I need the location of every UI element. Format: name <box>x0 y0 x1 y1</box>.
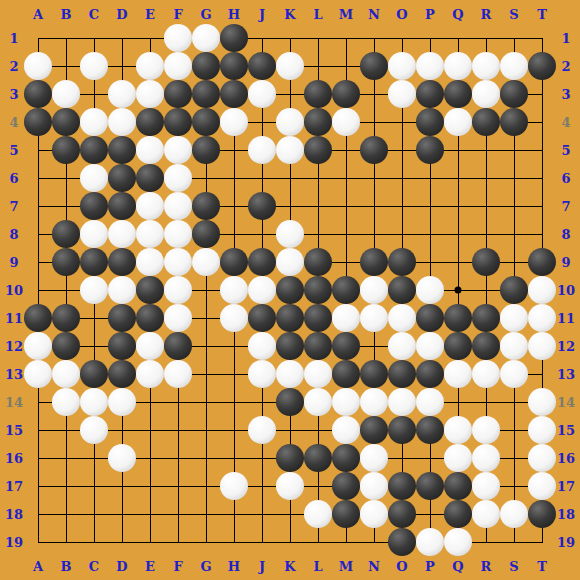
white-stone-M15[interactable] <box>332 416 360 444</box>
black-stone-G5[interactable] <box>192 136 220 164</box>
white-stone-E2[interactable] <box>136 52 164 80</box>
white-stone-P10[interactable] <box>416 276 444 304</box>
column-label: D <box>116 8 127 21</box>
row-label: 6 <box>561 172 570 185</box>
black-stone-G7[interactable] <box>192 192 220 220</box>
white-stone-T15[interactable] <box>528 416 556 444</box>
column-label: D <box>116 560 127 573</box>
white-stone-A12[interactable] <box>24 332 52 360</box>
black-stone-T9[interactable] <box>528 248 556 276</box>
white-stone-S18[interactable] <box>500 500 528 528</box>
row-label: 18 <box>557 508 575 521</box>
black-stone-R4[interactable] <box>472 108 500 136</box>
white-stone-B13[interactable] <box>52 360 80 388</box>
black-stone-E11[interactable] <box>136 304 164 332</box>
black-stone-T2[interactable] <box>528 52 556 80</box>
column-label: C <box>89 560 99 573</box>
black-stone-L9[interactable] <box>304 248 332 276</box>
column-label: R <box>481 560 492 573</box>
black-stone-G3[interactable] <box>192 80 220 108</box>
black-stone-H3[interactable] <box>220 80 248 108</box>
column-label: Q <box>452 8 463 21</box>
row-label: 4 <box>9 116 18 129</box>
white-stone-L18[interactable] <box>304 500 332 528</box>
black-stone-G4[interactable] <box>192 108 220 136</box>
black-stone-A4[interactable] <box>24 108 52 136</box>
column-label: S <box>509 560 518 573</box>
black-stone-F3[interactable] <box>164 80 192 108</box>
white-stone-F10[interactable] <box>164 276 192 304</box>
white-stone-C15[interactable] <box>80 416 108 444</box>
black-stone-C5[interactable] <box>80 136 108 164</box>
row-label: 2 <box>561 60 570 73</box>
column-label: O <box>396 8 407 21</box>
white-stone-K8[interactable] <box>276 220 304 248</box>
black-stone-T18[interactable] <box>528 500 556 528</box>
white-stone-P19[interactable] <box>416 528 444 556</box>
black-stone-O18[interactable] <box>388 500 416 528</box>
black-stone-B9[interactable] <box>52 248 80 276</box>
black-stone-P17[interactable] <box>416 472 444 500</box>
row-label: 10 <box>5 284 23 297</box>
row-label: 7 <box>9 200 18 213</box>
black-stone-M18[interactable] <box>332 500 360 528</box>
white-stone-P12[interactable] <box>416 332 444 360</box>
white-stone-Q13[interactable] <box>444 360 472 388</box>
column-label: E <box>145 560 155 573</box>
row-label: 15 <box>5 424 23 437</box>
white-stone-T14[interactable] <box>528 388 556 416</box>
column-label: L <box>313 8 322 21</box>
white-stone-E3[interactable] <box>136 80 164 108</box>
white-stone-T10[interactable] <box>528 276 556 304</box>
black-stone-J11[interactable] <box>248 304 276 332</box>
black-stone-P4[interactable] <box>416 108 444 136</box>
go-board-screen: AABBCCDDEEFFGGHHJJKKLLMMNNOOPPQQRRSSTT11… <box>0 0 580 580</box>
black-stone-S3[interactable] <box>500 80 528 108</box>
white-stone-O11[interactable] <box>388 304 416 332</box>
white-stone-K9[interactable] <box>276 248 304 276</box>
black-stone-M3[interactable] <box>332 80 360 108</box>
column-label: L <box>313 560 322 573</box>
white-stone-P14[interactable] <box>416 388 444 416</box>
white-stone-Q2[interactable] <box>444 52 472 80</box>
white-stone-T11[interactable] <box>528 304 556 332</box>
white-stone-R15[interactable] <box>472 416 500 444</box>
white-stone-C6[interactable] <box>80 164 108 192</box>
column-label: H <box>228 8 240 21</box>
white-stone-E7[interactable] <box>136 192 164 220</box>
black-stone-M10[interactable] <box>332 276 360 304</box>
white-stone-D14[interactable] <box>108 388 136 416</box>
column-label: E <box>145 8 155 21</box>
white-stone-F11[interactable] <box>164 304 192 332</box>
white-stone-N11[interactable] <box>360 304 388 332</box>
white-stone-E8[interactable] <box>136 220 164 248</box>
white-stone-K4[interactable] <box>276 108 304 136</box>
black-stone-C9[interactable] <box>80 248 108 276</box>
column-label: M <box>339 8 353 21</box>
row-label: 4 <box>561 116 570 129</box>
column-label: J <box>259 8 265 21</box>
column-label: C <box>89 8 99 21</box>
black-stone-O15[interactable] <box>388 416 416 444</box>
row-label: 13 <box>5 368 23 381</box>
column-label: A <box>33 560 43 573</box>
column-label: G <box>200 560 211 573</box>
white-stone-J3[interactable] <box>248 80 276 108</box>
black-stone-L5[interactable] <box>304 136 332 164</box>
white-stone-H4[interactable] <box>220 108 248 136</box>
white-stone-A2[interactable] <box>24 52 52 80</box>
black-stone-D5[interactable] <box>108 136 136 164</box>
black-stone-J7[interactable] <box>248 192 276 220</box>
white-stone-Q15[interactable] <box>444 416 472 444</box>
row-label: 9 <box>9 256 18 269</box>
black-stone-D12[interactable] <box>108 332 136 360</box>
black-stone-O9[interactable] <box>388 248 416 276</box>
column-label: B <box>61 8 72 21</box>
row-label: 5 <box>9 144 18 157</box>
black-stone-D7[interactable] <box>108 192 136 220</box>
row-label: 16 <box>557 452 575 465</box>
black-stone-G2[interactable] <box>192 52 220 80</box>
white-stone-R2[interactable] <box>472 52 500 80</box>
white-stone-O3[interactable] <box>388 80 416 108</box>
white-stone-J15[interactable] <box>248 416 276 444</box>
black-stone-L12[interactable] <box>304 332 332 360</box>
black-stone-L16[interactable] <box>304 444 332 472</box>
white-stone-F9[interactable] <box>164 248 192 276</box>
white-stone-T17[interactable] <box>528 472 556 500</box>
white-stone-F7[interactable] <box>164 192 192 220</box>
white-stone-Q16[interactable] <box>444 444 472 472</box>
black-stone-B8[interactable] <box>52 220 80 248</box>
white-stone-M11[interactable] <box>332 304 360 332</box>
white-stone-H17[interactable] <box>220 472 248 500</box>
white-stone-M14[interactable] <box>332 388 360 416</box>
black-stone-E10[interactable] <box>136 276 164 304</box>
white-stone-Q4[interactable] <box>444 108 472 136</box>
black-stone-L4[interactable] <box>304 108 332 136</box>
column-label: R <box>481 8 492 21</box>
row-label: 17 <box>5 480 23 493</box>
white-stone-N10[interactable] <box>360 276 388 304</box>
black-stone-E4[interactable] <box>136 108 164 136</box>
white-stone-C8[interactable] <box>80 220 108 248</box>
column-label: J <box>259 560 265 573</box>
black-stone-S10[interactable] <box>500 276 528 304</box>
column-label: M <box>339 560 353 573</box>
black-stone-K14[interactable] <box>276 388 304 416</box>
row-label: 14 <box>557 396 575 409</box>
black-stone-B11[interactable] <box>52 304 80 332</box>
black-stone-D11[interactable] <box>108 304 136 332</box>
black-stone-K16[interactable] <box>276 444 304 472</box>
column-label: N <box>368 560 380 573</box>
row-label: 18 <box>5 508 23 521</box>
row-label: 8 <box>561 228 570 241</box>
white-stone-L13[interactable] <box>304 360 332 388</box>
white-stone-K17[interactable] <box>276 472 304 500</box>
black-stone-O10[interactable] <box>388 276 416 304</box>
row-label: 1 <box>9 32 18 45</box>
white-stone-N16[interactable] <box>360 444 388 472</box>
black-stone-B5[interactable] <box>52 136 80 164</box>
black-stone-J2[interactable] <box>248 52 276 80</box>
white-stone-F8[interactable] <box>164 220 192 248</box>
black-stone-D9[interactable] <box>108 248 136 276</box>
row-label: 17 <box>557 480 575 493</box>
black-stone-N15[interactable] <box>360 416 388 444</box>
black-stone-O17[interactable] <box>388 472 416 500</box>
row-label: 3 <box>561 88 570 101</box>
white-stone-R16[interactable] <box>472 444 500 472</box>
white-stone-E5[interactable] <box>136 136 164 164</box>
row-label: 6 <box>9 172 18 185</box>
black-stone-F12[interactable] <box>164 332 192 360</box>
white-stone-J5[interactable] <box>248 136 276 164</box>
black-stone-B12[interactable] <box>52 332 80 360</box>
black-stone-N2[interactable] <box>360 52 388 80</box>
white-stone-S11[interactable] <box>500 304 528 332</box>
black-stone-M17[interactable] <box>332 472 360 500</box>
column-label: F <box>173 560 182 573</box>
white-stone-O14[interactable] <box>388 388 416 416</box>
white-stone-J10[interactable] <box>248 276 276 304</box>
black-stone-P11[interactable] <box>416 304 444 332</box>
row-label: 1 <box>561 32 570 45</box>
row-label: 2 <box>9 60 18 73</box>
white-stone-H11[interactable] <box>220 304 248 332</box>
row-label: 3 <box>9 88 18 101</box>
black-stone-H1[interactable] <box>220 24 248 52</box>
row-label: 7 <box>561 200 570 213</box>
row-label: 8 <box>9 228 18 241</box>
black-stone-M16[interactable] <box>332 444 360 472</box>
black-stone-Q11[interactable] <box>444 304 472 332</box>
black-stone-Q12[interactable] <box>444 332 472 360</box>
white-stone-G9[interactable] <box>192 248 220 276</box>
column-label: Q <box>452 560 463 573</box>
white-stone-J13[interactable] <box>248 360 276 388</box>
white-stone-F6[interactable] <box>164 164 192 192</box>
white-stone-E12[interactable] <box>136 332 164 360</box>
row-label: 15 <box>557 424 575 437</box>
black-stone-R12[interactable] <box>472 332 500 360</box>
black-stone-D6[interactable] <box>108 164 136 192</box>
white-stone-S12[interactable] <box>500 332 528 360</box>
black-stone-K10[interactable] <box>276 276 304 304</box>
black-stone-P5[interactable] <box>416 136 444 164</box>
black-stone-M13[interactable] <box>332 360 360 388</box>
black-stone-Q17[interactable] <box>444 472 472 500</box>
white-stone-R17[interactable] <box>472 472 500 500</box>
column-label: G <box>200 8 211 21</box>
white-stone-D10[interactable] <box>108 276 136 304</box>
white-stone-S13[interactable] <box>500 360 528 388</box>
white-stone-N18[interactable] <box>360 500 388 528</box>
white-stone-T16[interactable] <box>528 444 556 472</box>
row-label: 13 <box>557 368 575 381</box>
white-stone-Q19[interactable] <box>444 528 472 556</box>
white-stone-C10[interactable] <box>80 276 108 304</box>
black-stone-G8[interactable] <box>192 220 220 248</box>
row-label: 19 <box>557 536 575 549</box>
white-stone-C4[interactable] <box>80 108 108 136</box>
white-stone-M4[interactable] <box>332 108 360 136</box>
black-stone-P13[interactable] <box>416 360 444 388</box>
white-stone-D3[interactable] <box>108 80 136 108</box>
black-stone-B4[interactable] <box>52 108 80 136</box>
black-stone-P3[interactable] <box>416 80 444 108</box>
black-stone-H9[interactable] <box>220 248 248 276</box>
column-label: K <box>284 8 295 21</box>
black-stone-M12[interactable] <box>332 332 360 360</box>
black-stone-C7[interactable] <box>80 192 108 220</box>
black-stone-L11[interactable] <box>304 304 332 332</box>
star-point <box>455 287 462 294</box>
white-stone-N17[interactable] <box>360 472 388 500</box>
black-stone-E6[interactable] <box>136 164 164 192</box>
white-stone-T12[interactable] <box>528 332 556 360</box>
column-label: S <box>509 8 518 21</box>
white-stone-D8[interactable] <box>108 220 136 248</box>
row-label: 10 <box>557 284 575 297</box>
white-stone-F2[interactable] <box>164 52 192 80</box>
column-label: T <box>537 8 547 21</box>
white-stone-O12[interactable] <box>388 332 416 360</box>
white-stone-J12[interactable] <box>248 332 276 360</box>
row-label: 11 <box>5 312 23 325</box>
white-stone-C2[interactable] <box>80 52 108 80</box>
black-stone-R11[interactable] <box>472 304 500 332</box>
white-stone-N14[interactable] <box>360 388 388 416</box>
white-stone-F1[interactable] <box>164 24 192 52</box>
row-label: 11 <box>557 312 575 325</box>
black-stone-L3[interactable] <box>304 80 332 108</box>
white-stone-K13[interactable] <box>276 360 304 388</box>
black-stone-N13[interactable] <box>360 360 388 388</box>
white-stone-P2[interactable] <box>416 52 444 80</box>
column-label: P <box>425 560 435 573</box>
black-stone-A3[interactable] <box>24 80 52 108</box>
column-label: P <box>425 8 435 21</box>
white-stone-D4[interactable] <box>108 108 136 136</box>
black-stone-N5[interactable] <box>360 136 388 164</box>
black-stone-K12[interactable] <box>276 332 304 360</box>
white-stone-K2[interactable] <box>276 52 304 80</box>
white-stone-F13[interactable] <box>164 360 192 388</box>
white-stone-F5[interactable] <box>164 136 192 164</box>
black-stone-J9[interactable] <box>248 248 276 276</box>
white-stone-R18[interactable] <box>472 500 500 528</box>
black-stone-O19[interactable] <box>388 528 416 556</box>
black-stone-R9[interactable] <box>472 248 500 276</box>
black-stone-Q18[interactable] <box>444 500 472 528</box>
column-label: O <box>396 560 407 573</box>
white-stone-H10[interactable] <box>220 276 248 304</box>
column-label: K <box>284 560 295 573</box>
column-label: A <box>33 8 43 21</box>
white-stone-D16[interactable] <box>108 444 136 472</box>
white-stone-A13[interactable] <box>24 360 52 388</box>
black-stone-H2[interactable] <box>220 52 248 80</box>
black-stone-A11[interactable] <box>24 304 52 332</box>
white-stone-L14[interactable] <box>304 388 332 416</box>
row-label: 12 <box>557 340 575 353</box>
black-stone-K11[interactable] <box>276 304 304 332</box>
white-stone-G1[interactable] <box>192 24 220 52</box>
white-stone-B3[interactable] <box>52 80 80 108</box>
white-stone-E9[interactable] <box>136 248 164 276</box>
white-stone-B14[interactable] <box>52 388 80 416</box>
white-stone-O2[interactable] <box>388 52 416 80</box>
white-stone-S2[interactable] <box>500 52 528 80</box>
row-label: 14 <box>5 396 23 409</box>
black-stone-O13[interactable] <box>388 360 416 388</box>
black-stone-C13[interactable] <box>80 360 108 388</box>
white-stone-R3[interactable] <box>472 80 500 108</box>
column-label: H <box>228 560 240 573</box>
column-label: N <box>368 8 380 21</box>
row-label: 19 <box>5 536 23 549</box>
white-stone-R13[interactable] <box>472 360 500 388</box>
column-label: F <box>173 8 182 21</box>
black-stone-D13[interactable] <box>108 360 136 388</box>
black-stone-N9[interactable] <box>360 248 388 276</box>
black-stone-F4[interactable] <box>164 108 192 136</box>
row-label: 12 <box>5 340 23 353</box>
row-label: 9 <box>561 256 570 269</box>
black-stone-L10[interactable] <box>304 276 332 304</box>
column-label: B <box>61 560 72 573</box>
white-stone-K5[interactable] <box>276 136 304 164</box>
white-stone-C14[interactable] <box>80 388 108 416</box>
black-stone-Q3[interactable] <box>444 80 472 108</box>
column-label: T <box>537 560 547 573</box>
white-stone-E13[interactable] <box>136 360 164 388</box>
row-label: 16 <box>5 452 23 465</box>
black-stone-P15[interactable] <box>416 416 444 444</box>
row-label: 5 <box>561 144 570 157</box>
black-stone-S4[interactable] <box>500 108 528 136</box>
